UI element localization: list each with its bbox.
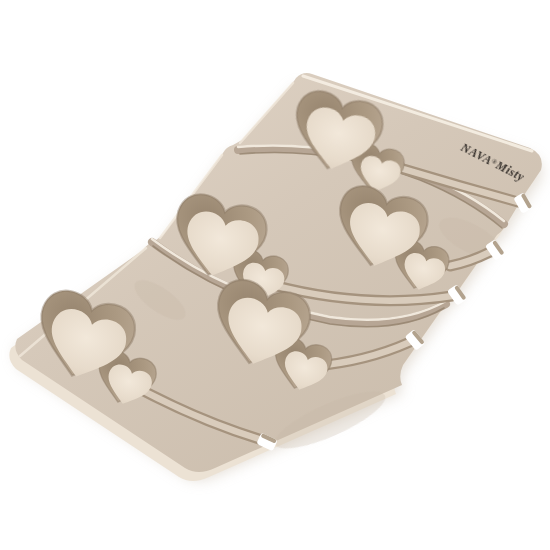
lollipop-mold-photo: NAVA®Misty xyxy=(0,0,550,550)
product-photo-stage: NAVA®Misty xyxy=(0,0,550,550)
